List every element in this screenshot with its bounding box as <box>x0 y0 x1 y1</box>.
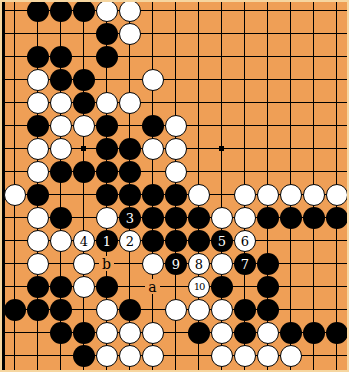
black-stone <box>73 161 95 183</box>
black-stone <box>234 322 256 344</box>
star-point <box>81 146 86 151</box>
white-stone <box>96 2 118 22</box>
white-stone <box>73 115 95 137</box>
grid-vline <box>83 2 84 370</box>
move-4-white-stone: 4 <box>73 230 95 252</box>
black-stone <box>96 184 118 206</box>
white-stone <box>119 345 141 367</box>
black-stone <box>50 322 72 344</box>
white-stone <box>27 69 49 91</box>
white-stone <box>73 276 95 298</box>
point-label-b: b <box>99 256 114 271</box>
white-stone <box>303 184 325 206</box>
black-stone <box>96 46 118 68</box>
white-stone <box>27 230 49 252</box>
white-stone <box>234 207 256 229</box>
black-stone <box>4 299 26 321</box>
black-stone <box>50 161 72 183</box>
black-stone <box>96 115 118 137</box>
white-stone <box>119 2 141 22</box>
white-stone <box>280 345 302 367</box>
black-stone <box>119 184 141 206</box>
black-stone <box>257 299 279 321</box>
white-stone <box>50 230 72 252</box>
black-stone <box>73 322 95 344</box>
black-stone <box>73 92 95 114</box>
move-1-black-stone: 1 <box>96 230 118 252</box>
white-stone <box>27 253 49 275</box>
white-stone <box>257 345 279 367</box>
white-stone <box>280 184 302 206</box>
star-point <box>219 146 224 151</box>
black-stone <box>142 230 164 252</box>
black-stone <box>142 207 164 229</box>
black-stone <box>188 207 210 229</box>
white-stone <box>142 138 164 160</box>
white-stone <box>119 92 141 114</box>
black-stone <box>50 299 72 321</box>
black-stone <box>96 23 118 45</box>
white-stone <box>326 184 347 206</box>
black-stone <box>50 207 72 229</box>
black-stone <box>188 230 210 252</box>
white-stone <box>96 92 118 114</box>
white-stone <box>211 207 233 229</box>
white-stone <box>27 138 49 160</box>
black-stone <box>188 322 210 344</box>
black-stone <box>27 115 49 137</box>
move-10-white-stone: 10 <box>188 276 210 298</box>
go-diagram: 34125698710ab <box>0 0 349 372</box>
white-stone <box>27 92 49 114</box>
white-stone <box>96 299 118 321</box>
white-stone <box>211 299 233 321</box>
grid-hline <box>5 33 347 34</box>
black-stone <box>211 276 233 298</box>
black-stone <box>27 46 49 68</box>
black-stone <box>27 276 49 298</box>
white-stone <box>4 184 26 206</box>
black-stone <box>50 276 72 298</box>
black-stone <box>326 322 347 344</box>
white-stone <box>188 299 210 321</box>
black-stone <box>96 161 118 183</box>
black-stone <box>303 207 325 229</box>
point-label-a: a <box>145 279 160 294</box>
white-stone <box>96 322 118 344</box>
white-stone <box>50 92 72 114</box>
white-stone <box>234 184 256 206</box>
white-stone <box>188 184 210 206</box>
black-stone <box>119 299 141 321</box>
black-stone <box>50 2 72 22</box>
white-stone <box>50 115 72 137</box>
black-stone <box>326 207 347 229</box>
black-stone <box>73 345 95 367</box>
black-stone <box>96 276 118 298</box>
white-stone <box>27 207 49 229</box>
move-7-black-stone: 7 <box>234 253 256 275</box>
white-stone <box>96 207 118 229</box>
black-stone <box>257 253 279 275</box>
white-stone <box>165 138 187 160</box>
black-stone <box>73 2 95 22</box>
black-stone <box>96 138 118 160</box>
white-stone <box>50 138 72 160</box>
move-3-black-stone: 3 <box>119 207 141 229</box>
white-stone <box>73 253 95 275</box>
move-2-white-stone: 2 <box>119 230 141 252</box>
black-stone <box>165 207 187 229</box>
white-stone <box>119 23 141 45</box>
white-stone <box>27 161 49 183</box>
white-stone <box>165 115 187 137</box>
go-board: 34125698710ab <box>2 2 347 370</box>
white-stone <box>119 322 141 344</box>
black-stone <box>27 2 49 22</box>
black-stone <box>27 184 49 206</box>
black-stone <box>119 161 141 183</box>
black-stone <box>280 322 302 344</box>
white-stone <box>142 253 164 275</box>
black-stone <box>27 299 49 321</box>
white-stone <box>142 69 164 91</box>
black-stone <box>50 69 72 91</box>
white-stone <box>211 253 233 275</box>
move-6-white-stone: 6 <box>234 230 256 252</box>
white-stone <box>165 299 187 321</box>
black-stone <box>257 207 279 229</box>
black-stone <box>142 115 164 137</box>
white-stone <box>96 345 118 367</box>
white-stone <box>142 322 164 344</box>
move-5-black-stone: 5 <box>211 230 233 252</box>
black-stone <box>303 322 325 344</box>
black-stone <box>73 69 95 91</box>
black-stone <box>142 184 164 206</box>
black-stone <box>50 46 72 68</box>
black-stone <box>165 184 187 206</box>
white-stone <box>211 345 233 367</box>
black-stone <box>234 299 256 321</box>
move-9-black-stone: 9 <box>165 253 187 275</box>
white-stone <box>142 345 164 367</box>
black-stone <box>119 138 141 160</box>
black-stone <box>257 276 279 298</box>
white-stone <box>165 161 187 183</box>
white-stone <box>234 345 256 367</box>
black-stone <box>280 207 302 229</box>
white-stone <box>257 184 279 206</box>
move-8-white-stone: 8 <box>188 253 210 275</box>
white-stone <box>257 322 279 344</box>
white-stone <box>211 322 233 344</box>
black-stone <box>165 230 187 252</box>
